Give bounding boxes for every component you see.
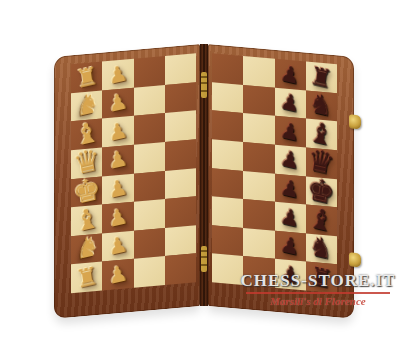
board-square bbox=[165, 53, 196, 84]
product-photo: ♜♟♞♟♝♟♛♟♚♟♝♟♞♟♜♟ ♟♜♟♞♟♝♟♛♟♚♟♝♟♞♟♜ CHESS-… bbox=[0, 0, 400, 359]
board-square bbox=[134, 228, 165, 259]
board-square: ♟ bbox=[102, 145, 133, 176]
board-square: ♜ bbox=[71, 62, 102, 93]
board-square bbox=[134, 256, 165, 287]
board-square bbox=[134, 85, 165, 116]
board-square bbox=[212, 82, 243, 113]
black-pawn-piece: ♟ bbox=[279, 205, 302, 231]
board-square bbox=[165, 196, 196, 227]
hinge-knuckle-icon bbox=[201, 246, 207, 272]
board-square: ♟ bbox=[102, 173, 133, 204]
board-square: ♞ bbox=[71, 233, 102, 264]
board-square bbox=[165, 254, 196, 285]
board-square: ♟ bbox=[275, 145, 306, 176]
board-square bbox=[212, 168, 243, 199]
board-square bbox=[165, 168, 196, 199]
board-square: ♟ bbox=[102, 259, 133, 290]
watermark-subtitle: Marsili's di Florence bbox=[238, 295, 398, 307]
white-rook-piece: ♜ bbox=[74, 263, 100, 293]
hinge-knuckle-icon bbox=[201, 72, 207, 98]
board-square: ♟ bbox=[275, 173, 306, 204]
white-pawn-piece: ♟ bbox=[107, 205, 130, 231]
watermark-store-name: CHESS-STORE.IT bbox=[238, 271, 398, 291]
black-pawn-piece: ♟ bbox=[279, 90, 302, 116]
board-square bbox=[243, 228, 274, 259]
board-square bbox=[212, 139, 243, 170]
white-pawn-piece: ♟ bbox=[107, 176, 130, 202]
board-square: ♟ bbox=[102, 59, 133, 90]
board-square bbox=[243, 56, 274, 87]
board-square: ♟ bbox=[102, 202, 133, 233]
board-square bbox=[212, 53, 243, 84]
board-square bbox=[134, 199, 165, 230]
black-pawn-piece: ♟ bbox=[279, 176, 302, 202]
white-pawn-piece: ♟ bbox=[107, 62, 130, 88]
black-pawn-piece: ♟ bbox=[279, 62, 302, 88]
right-leaf-squares: ♟♜♟♞♟♝♟♛♟♚♟♝♟♞♟♜ bbox=[212, 53, 337, 293]
board-left-leaf: ♜♟♞♟♝♟♛♟♚♟♝♟♞♟♜♟ bbox=[54, 44, 200, 319]
white-knight-piece: ♞ bbox=[73, 233, 101, 265]
board-square: ♟ bbox=[275, 231, 306, 262]
watermark: CHESS-STORE.IT Marsili's di Florence bbox=[238, 271, 398, 307]
board-square bbox=[212, 225, 243, 256]
board-square bbox=[212, 196, 243, 227]
white-pawn-piece: ♟ bbox=[107, 147, 130, 173]
black-pawn-piece: ♟ bbox=[279, 233, 302, 259]
board-square bbox=[243, 199, 274, 230]
board-square bbox=[212, 111, 243, 142]
board-square: ♞ bbox=[306, 233, 337, 264]
board-square: ♟ bbox=[102, 231, 133, 262]
board-square bbox=[165, 139, 196, 170]
board-square bbox=[134, 113, 165, 144]
board-square bbox=[165, 111, 196, 142]
brass-clasp-icon bbox=[349, 252, 361, 267]
board-square bbox=[134, 171, 165, 202]
left-leaf-squares: ♜♟♞♟♝♟♛♟♚♟♝♟♞♟♜♟ bbox=[71, 53, 196, 293]
hinge bbox=[200, 44, 208, 306]
board-square bbox=[165, 225, 196, 256]
chess-board: ♜♟♞♟♝♟♛♟♚♟♝♟♞♟♜♟ ♟♜♟♞♟♝♟♛♟♚♟♝♟♞♟♜ bbox=[54, 44, 354, 306]
black-pawn-piece: ♟ bbox=[279, 147, 302, 173]
board-square bbox=[243, 142, 274, 173]
black-knight-piece: ♞ bbox=[308, 233, 336, 265]
white-pawn-piece: ♟ bbox=[107, 119, 130, 145]
board-square bbox=[134, 142, 165, 173]
board-square bbox=[243, 85, 274, 116]
board-square: ♟ bbox=[102, 87, 133, 118]
board-square bbox=[165, 82, 196, 113]
white-pawn-piece: ♟ bbox=[107, 233, 130, 259]
board-square: ♟ bbox=[102, 116, 133, 147]
board-square: ♟ bbox=[275, 59, 306, 90]
board-square: ♟ bbox=[275, 116, 306, 147]
board-square: ♟ bbox=[275, 202, 306, 233]
board-square: ♚ bbox=[71, 176, 102, 207]
board-square bbox=[243, 171, 274, 202]
board-square: ♜ bbox=[71, 262, 102, 293]
brass-clasp-icon bbox=[349, 114, 361, 129]
watermark-rule bbox=[246, 292, 390, 294]
board-square: ♝ bbox=[71, 205, 102, 236]
black-pawn-piece: ♟ bbox=[279, 119, 302, 145]
board-square bbox=[134, 56, 165, 87]
board-square: ♟ bbox=[275, 87, 306, 118]
white-pawn-piece: ♟ bbox=[107, 262, 130, 288]
board-square bbox=[243, 113, 274, 144]
white-pawn-piece: ♟ bbox=[107, 90, 130, 116]
